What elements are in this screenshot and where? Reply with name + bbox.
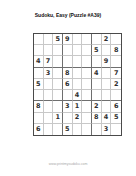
cell-r4c9: 7	[111, 68, 121, 79]
cell-r2c3	[53, 45, 63, 56]
cell-r4c5	[73, 68, 83, 79]
cell-r9c1: 6	[34, 124, 44, 135]
cell-r3c1: 4	[34, 56, 44, 67]
cell-r3c5	[73, 56, 83, 67]
cell-r6c4	[63, 90, 73, 101]
cell-r7c4: 3	[63, 101, 73, 112]
cell-r7c6	[82, 101, 92, 112]
cell-r2c6	[82, 45, 92, 56]
cell-r2c9: 8	[111, 45, 121, 56]
cell-r7c3	[53, 101, 63, 112]
cell-r1c6	[82, 34, 92, 45]
cell-r3c8: 9	[102, 56, 112, 67]
cell-r2c4	[63, 45, 73, 56]
cell-r7c2	[44, 101, 54, 112]
cell-r1c1	[34, 34, 44, 45]
cell-r9c5	[73, 124, 83, 135]
cell-r8c2	[44, 113, 54, 124]
cell-r2c8	[102, 45, 112, 56]
cell-r7c8	[102, 101, 112, 112]
cell-r6c9	[111, 90, 121, 101]
cell-r2c7: 5	[92, 45, 102, 56]
cell-r6c7	[92, 90, 102, 101]
cell-r2c1	[34, 45, 44, 56]
cell-r3c9	[111, 56, 121, 67]
cell-r5c2	[44, 79, 54, 90]
cell-r5c8	[102, 79, 112, 90]
sudoku-grid: 59258479384756248312612845653	[33, 33, 122, 136]
cell-r8c8: 4	[102, 113, 112, 124]
cell-r8c3: 1	[53, 113, 63, 124]
cell-r9c9	[111, 124, 121, 135]
cell-r5c5	[73, 79, 83, 90]
cell-r6c3	[53, 90, 63, 101]
cell-r3c6	[82, 56, 92, 67]
cell-r1c8: 2	[102, 34, 112, 45]
cell-r7c9: 6	[111, 101, 121, 112]
cell-r5c7	[92, 79, 102, 90]
cell-r9c3	[53, 124, 63, 135]
cell-r1c5	[73, 34, 83, 45]
cell-r6c5: 4	[73, 90, 83, 101]
cell-r1c2	[44, 34, 54, 45]
cell-r1c4: 9	[63, 34, 73, 45]
cell-r5c9: 2	[111, 79, 121, 90]
cell-r7c5: 1	[73, 101, 83, 112]
cell-r8c9: 5	[111, 113, 121, 124]
cell-r6c6	[82, 90, 92, 101]
cell-r3c7	[92, 56, 102, 67]
cell-r5c6	[82, 79, 92, 90]
cell-r8c5: 2	[73, 113, 83, 124]
cell-r9c7	[92, 124, 102, 135]
cell-r9c4: 5	[63, 124, 73, 135]
cell-r4c8	[102, 68, 112, 79]
cell-r6c1	[34, 90, 44, 101]
cell-r6c8	[102, 90, 112, 101]
cell-r5c1: 5	[34, 79, 44, 90]
page-title: Sudoku, Easy (Puzzle #A39)	[0, 12, 136, 18]
cell-r2c2	[44, 45, 54, 56]
cell-r8c4	[63, 113, 73, 124]
cell-r7c7: 2	[92, 101, 102, 112]
cell-r4c3	[53, 68, 63, 79]
cell-r4c6	[82, 68, 92, 79]
cell-r3c2: 7	[44, 56, 54, 67]
footer-url: www.printmysudoku.com	[0, 162, 136, 166]
cell-r3c4	[63, 56, 73, 67]
cell-r2c5	[73, 45, 83, 56]
cell-r8c6	[82, 113, 92, 124]
cell-r9c6	[82, 124, 92, 135]
cell-r4c7: 4	[92, 68, 102, 79]
cell-r9c2	[44, 124, 54, 135]
cell-r1c7	[92, 34, 102, 45]
cell-r4c2: 3	[44, 68, 54, 79]
cell-r8c7: 8	[92, 113, 102, 124]
cell-r4c1	[34, 68, 44, 79]
cell-r8c1	[34, 113, 44, 124]
cell-r9c8: 3	[102, 124, 112, 135]
cell-r3c3	[53, 56, 63, 67]
cell-r4c4: 8	[63, 68, 73, 79]
cell-r1c9	[111, 34, 121, 45]
cell-r5c3	[53, 79, 63, 90]
cell-r7c1: 8	[34, 101, 44, 112]
cell-r6c2	[44, 90, 54, 101]
cell-r1c3: 5	[53, 34, 63, 45]
cell-r5c4: 6	[63, 79, 73, 90]
